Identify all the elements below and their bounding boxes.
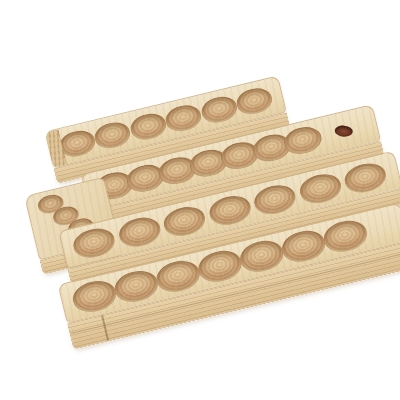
wooden-display-stand [1,44,400,356]
bottle-hole [70,277,120,316]
bottle-hole [296,170,343,207]
bottle-hole [92,118,133,151]
bottle-hole [195,247,245,286]
bottle-hole [251,181,298,218]
bottle-hole [206,191,253,228]
bottle-hole [320,216,370,255]
bottle-hole [163,101,204,134]
bottle-hole [161,202,208,239]
bottle-hole [111,267,161,306]
bottle-hole [279,226,329,265]
product-photo [0,0,400,400]
bottle-hole [70,224,117,261]
bottle-hole [115,213,162,250]
board-joint [101,315,109,341]
bottle-hole [198,93,239,126]
bottle-hole [234,84,275,117]
bottle-hole [341,159,388,196]
wood-knot [334,124,353,136]
bottle-hole [237,237,287,276]
bottle-hole [153,257,203,296]
bottle-hole [128,110,169,143]
